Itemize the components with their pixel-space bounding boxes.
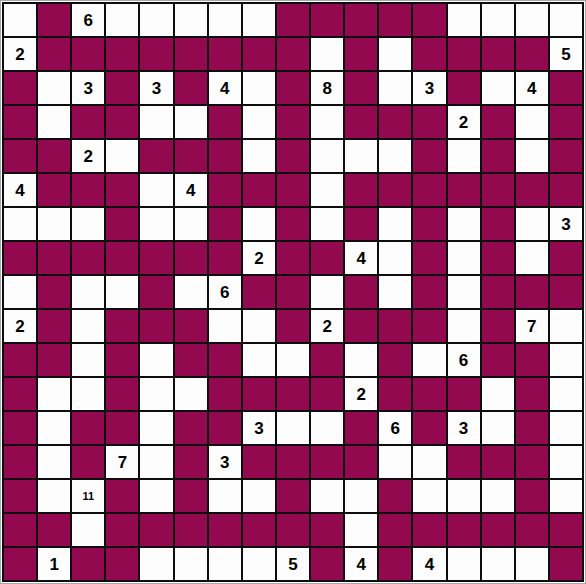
cell-r9-c5-wall[interactable] <box>140 276 172 308</box>
cell-r16-c16-wall[interactable] <box>516 514 548 546</box>
cell-r9-c16-wall[interactable] <box>516 276 548 308</box>
cell-r5-c15-wall[interactable] <box>482 140 514 172</box>
cell-r8-c12-empty[interactable] <box>379 242 411 274</box>
cell-r12-c13-wall[interactable] <box>413 378 445 410</box>
cell-r11-c2-wall[interactable] <box>38 344 70 376</box>
cell-r6-c2-wall[interactable] <box>38 174 70 206</box>
cell-r9-c7-clue-6[interactable]: 6 <box>209 276 241 308</box>
cell-r11-c16-wall[interactable] <box>516 344 548 376</box>
cell-r14-c5-empty[interactable] <box>140 446 172 478</box>
cell-r4-c7-wall[interactable] <box>209 106 241 138</box>
cell-r3-c16-clue-4[interactable]: 4 <box>516 72 548 104</box>
cell-r10-c8-empty[interactable] <box>243 310 275 342</box>
cell-r11-c5-empty[interactable] <box>140 344 172 376</box>
cell-r15-c2-empty[interactable] <box>38 480 70 512</box>
cell-r3-c4-wall[interactable] <box>106 72 138 104</box>
cell-r10-c4-wall[interactable] <box>106 310 138 342</box>
cell-r14-c2-empty[interactable] <box>38 446 70 478</box>
cell-r6-c13-wall[interactable] <box>413 174 445 206</box>
cell-r17-c2-clue-1[interactable]: 1 <box>38 548 70 580</box>
cell-r4-c3-wall[interactable] <box>72 106 104 138</box>
cell-r14-c12-empty[interactable] <box>379 446 411 478</box>
cell-r17-c4-wall[interactable] <box>106 548 138 580</box>
cell-r10-c14-empty[interactable] <box>448 310 480 342</box>
cell-r12-c10-wall[interactable] <box>311 378 343 410</box>
cell-r4-c12-wall[interactable] <box>379 106 411 138</box>
cell-r12-c1-wall[interactable] <box>4 378 36 410</box>
cell-r1-c3-clue-6[interactable]: 6 <box>72 4 104 36</box>
cell-r8-c11-clue-4[interactable]: 4 <box>345 242 377 274</box>
cell-r11-c9-empty[interactable] <box>277 344 309 376</box>
cell-r10-c13-wall[interactable] <box>413 310 445 342</box>
cell-r15-c9-wall[interactable] <box>277 480 309 512</box>
cell-r6-c6-clue-4[interactable]: 4 <box>175 174 207 206</box>
cell-r6-c3-wall[interactable] <box>72 174 104 206</box>
cell-r9-c14-empty[interactable] <box>448 276 480 308</box>
cell-r15-c5-empty[interactable] <box>140 480 172 512</box>
cell-r5-c17-wall[interactable] <box>550 140 582 172</box>
cell-r12-c17-empty[interactable] <box>550 378 582 410</box>
cell-r7-c3-empty[interactable] <box>72 208 104 240</box>
cell-r4-c17-wall[interactable] <box>550 106 582 138</box>
cell-r4-c14-clue-2[interactable]: 2 <box>448 106 480 138</box>
cell-r5-c5-wall[interactable] <box>140 140 172 172</box>
cell-r10-c12-wall[interactable] <box>379 310 411 342</box>
cell-r9-c6-empty[interactable] <box>175 276 207 308</box>
cell-r13-c8-clue-3[interactable]: 3 <box>243 412 275 444</box>
cell-r3-c6-wall[interactable] <box>175 72 207 104</box>
cell-r4-c16-empty[interactable] <box>516 106 548 138</box>
cell-r8-c7-wall[interactable] <box>209 242 241 274</box>
cell-r15-c10-empty[interactable] <box>311 480 343 512</box>
cell-r12-c4-wall[interactable] <box>106 378 138 410</box>
cell-r10-c7-empty[interactable] <box>209 310 241 342</box>
cell-r14-c9-wall[interactable] <box>277 446 309 478</box>
cell-r11-c6-wall[interactable] <box>175 344 207 376</box>
cell-r7-c2-empty[interactable] <box>38 208 70 240</box>
cell-r5-c4-empty[interactable] <box>106 140 138 172</box>
cell-r6-c15-wall[interactable] <box>482 174 514 206</box>
cell-r7-c14-empty[interactable] <box>448 208 480 240</box>
cell-r7-c16-empty[interactable] <box>516 208 548 240</box>
cell-r12-c2-empty[interactable] <box>38 378 70 410</box>
cell-r14-c14-wall[interactable] <box>448 446 480 478</box>
cell-r17-c10-wall[interactable] <box>311 548 343 580</box>
cell-r17-c12-wall[interactable] <box>379 548 411 580</box>
cell-r12-c6-empty[interactable] <box>175 378 207 410</box>
cell-r6-c8-wall[interactable] <box>243 174 275 206</box>
cell-r14-c13-empty[interactable] <box>413 446 445 478</box>
cell-r4-c5-empty[interactable] <box>140 106 172 138</box>
cell-r1-c1-empty[interactable] <box>4 4 36 36</box>
cell-r3-c2-empty[interactable] <box>38 72 70 104</box>
cell-r17-c9-clue-5[interactable]: 5 <box>277 548 309 580</box>
cell-r2-c4-wall[interactable] <box>106 38 138 70</box>
cell-r8-c6-wall[interactable] <box>175 242 207 274</box>
cell-r3-c3-clue-3[interactable]: 3 <box>72 72 104 104</box>
cell-r14-c17-empty[interactable] <box>550 446 582 478</box>
cell-r6-c4-wall[interactable] <box>106 174 138 206</box>
cell-r3-c11-wall[interactable] <box>345 72 377 104</box>
cell-r3-c14-wall[interactable] <box>448 72 480 104</box>
cell-r3-c5-clue-3[interactable]: 3 <box>140 72 172 104</box>
cell-r17-c6-empty[interactable] <box>175 548 207 580</box>
cell-r8-c1-wall[interactable] <box>4 242 36 274</box>
cell-r16-c7-wall[interactable] <box>209 514 241 546</box>
cell-r12-c5-empty[interactable] <box>140 378 172 410</box>
cell-r17-c1-wall[interactable] <box>4 548 36 580</box>
cell-r14-c1-wall[interactable] <box>4 446 36 478</box>
cell-r13-c12-clue-6[interactable]: 6 <box>379 412 411 444</box>
cell-r3-c1-wall[interactable] <box>4 72 36 104</box>
cell-r14-c10-wall[interactable] <box>311 446 343 478</box>
cell-r6-c5-empty[interactable] <box>140 174 172 206</box>
cell-r16-c3-empty[interactable] <box>72 514 104 546</box>
cell-r10-c1-clue-2[interactable]: 2 <box>4 310 36 342</box>
cell-r13-c4-wall[interactable] <box>106 412 138 444</box>
cell-r11-c8-empty[interactable] <box>243 344 275 376</box>
cell-r5-c16-empty[interactable] <box>516 140 548 172</box>
cell-r13-c15-empty[interactable] <box>482 412 514 444</box>
cell-r13-c13-wall[interactable] <box>413 412 445 444</box>
cell-r4-c15-wall[interactable] <box>482 106 514 138</box>
cell-r2-c8-wall[interactable] <box>243 38 275 70</box>
cell-r17-c15-empty[interactable] <box>482 548 514 580</box>
cell-r9-c1-empty[interactable] <box>4 276 36 308</box>
cell-r3-c12-empty[interactable] <box>379 72 411 104</box>
cell-r2-c9-wall[interactable] <box>277 38 309 70</box>
cell-r1-c17-empty[interactable] <box>550 4 582 36</box>
cell-r6-c17-wall[interactable] <box>550 174 582 206</box>
cell-r13-c11-wall[interactable] <box>345 412 377 444</box>
cell-r9-c11-wall[interactable] <box>345 276 377 308</box>
cell-r2-c16-wall[interactable] <box>516 38 548 70</box>
cell-r3-c13-clue-3[interactable]: 3 <box>413 72 445 104</box>
cell-r10-c16-clue-7[interactable]: 7 <box>516 310 548 342</box>
cell-r5-c7-wall[interactable] <box>209 140 241 172</box>
cell-r14-c4-clue-7[interactable]: 7 <box>106 446 138 478</box>
cell-r16-c13-wall[interactable] <box>413 514 445 546</box>
cell-r15-c7-empty[interactable] <box>209 480 241 512</box>
cell-r12-c12-wall[interactable] <box>379 378 411 410</box>
cell-r14-c6-wall[interactable] <box>175 446 207 478</box>
cell-r13-c5-empty[interactable] <box>140 412 172 444</box>
cell-r10-c6-wall[interactable] <box>175 310 207 342</box>
cell-r8-c2-wall[interactable] <box>38 242 70 274</box>
cell-r2-c13-wall[interactable] <box>413 38 445 70</box>
cell-r2-c3-wall[interactable] <box>72 38 104 70</box>
cell-r9-c10-empty[interactable] <box>311 276 343 308</box>
cell-r16-c14-wall[interactable] <box>448 514 480 546</box>
cell-r2-c11-wall[interactable] <box>345 38 377 70</box>
cell-r15-c15-empty[interactable] <box>482 480 514 512</box>
cell-r3-c8-empty[interactable] <box>243 72 275 104</box>
cell-r7-c11-wall[interactable] <box>345 208 377 240</box>
cell-r10-c9-wall[interactable] <box>277 310 309 342</box>
cell-r12-c11-clue-2[interactable]: 2 <box>345 378 377 410</box>
cell-r10-c11-wall[interactable] <box>345 310 377 342</box>
cell-r1-c12-wall[interactable] <box>379 4 411 36</box>
cell-r1-c13-wall[interactable] <box>413 4 445 36</box>
cell-r11-c4-wall[interactable] <box>106 344 138 376</box>
cell-r5-c1-wall[interactable] <box>4 140 36 172</box>
cell-r16-c2-wall[interactable] <box>38 514 70 546</box>
cell-r16-c5-wall[interactable] <box>140 514 172 546</box>
cell-r8-c9-wall[interactable] <box>277 242 309 274</box>
cell-r4-c9-wall[interactable] <box>277 106 309 138</box>
cell-r8-c10-wall[interactable] <box>311 242 343 274</box>
cell-r12-c7-wall[interactable] <box>209 378 241 410</box>
cell-r2-c17-clue-5[interactable]: 5 <box>550 38 582 70</box>
cell-r10-c5-wall[interactable] <box>140 310 172 342</box>
cell-r6-c16-wall[interactable] <box>516 174 548 206</box>
cell-r1-c10-wall[interactable] <box>311 4 343 36</box>
cell-r11-c10-wall[interactable] <box>311 344 343 376</box>
cell-r8-c16-empty[interactable] <box>516 242 548 274</box>
cell-r11-c13-empty[interactable] <box>413 344 445 376</box>
cell-r9-c15-wall[interactable] <box>482 276 514 308</box>
cell-r4-c1-wall[interactable] <box>4 106 36 138</box>
cell-r17-c13-clue-4[interactable]: 4 <box>413 548 445 580</box>
cell-r4-c2-empty[interactable] <box>38 106 70 138</box>
cell-r7-c15-wall[interactable] <box>482 208 514 240</box>
cell-r1-c9-wall[interactable] <box>277 4 309 36</box>
cell-r6-c11-wall[interactable] <box>345 174 377 206</box>
cell-r8-c17-wall[interactable] <box>550 242 582 274</box>
cell-r7-c7-wall[interactable] <box>209 208 241 240</box>
cell-r3-c17-wall[interactable] <box>550 72 582 104</box>
cell-r12-c9-wall[interactable] <box>277 378 309 410</box>
cell-r17-c3-wall[interactable] <box>72 548 104 580</box>
cell-r4-c6-empty[interactable] <box>175 106 207 138</box>
cell-r13-c7-wall[interactable] <box>209 412 241 444</box>
cell-r14-c7-clue-3[interactable]: 3 <box>209 446 241 478</box>
cell-r8-c4-wall[interactable] <box>106 242 138 274</box>
cell-r9-c17-wall[interactable] <box>550 276 582 308</box>
nurikabe-board: 625334834224432462276236373111544 <box>2 2 584 582</box>
cell-r15-c17-empty[interactable] <box>550 480 582 512</box>
cell-r11-c1-wall[interactable] <box>4 344 36 376</box>
cell-r15-c12-wall[interactable] <box>379 480 411 512</box>
cell-r16-c9-wall[interactable] <box>277 514 309 546</box>
cell-r2-c12-empty[interactable] <box>379 38 411 70</box>
cell-r17-c11-clue-4[interactable]: 4 <box>345 548 377 580</box>
cell-r10-c3-empty[interactable] <box>72 310 104 342</box>
cell-r10-c2-wall[interactable] <box>38 310 70 342</box>
cell-r5-c10-empty[interactable] <box>311 140 343 172</box>
cell-r13-c2-empty[interactable] <box>38 412 70 444</box>
cell-r6-c7-wall[interactable] <box>209 174 241 206</box>
cell-r15-c1-wall[interactable] <box>4 480 36 512</box>
cell-r1-c7-empty[interactable] <box>209 4 241 36</box>
cell-r5-c12-empty[interactable] <box>379 140 411 172</box>
cell-r16-c11-empty[interactable] <box>345 514 377 546</box>
cell-r10-c17-empty[interactable] <box>550 310 582 342</box>
cell-r11-c14-clue-6[interactable]: 6 <box>448 344 480 376</box>
cell-r6-c9-wall[interactable] <box>277 174 309 206</box>
cell-r7-c13-wall[interactable] <box>413 208 445 240</box>
cell-r6-c1-clue-4[interactable]: 4 <box>4 174 36 206</box>
cell-r17-c8-empty[interactable] <box>243 548 275 580</box>
cell-r5-c3-clue-2[interactable]: 2 <box>72 140 104 172</box>
cell-r4-c4-wall[interactable] <box>106 106 138 138</box>
cell-r1-c8-empty[interactable] <box>243 4 275 36</box>
cell-r7-c17-clue-3[interactable]: 3 <box>550 208 582 240</box>
puzzle-frame: 625334834224432462276236373111544 <box>0 0 586 584</box>
cell-r13-c10-empty[interactable] <box>311 412 343 444</box>
cell-r15-c16-wall[interactable] <box>516 480 548 512</box>
cell-r15-c4-wall[interactable] <box>106 480 138 512</box>
cell-r2-c2-wall[interactable] <box>38 38 70 70</box>
cell-r14-c3-wall[interactable] <box>72 446 104 478</box>
cell-r2-c15-wall[interactable] <box>482 38 514 70</box>
cell-r1-c16-empty[interactable] <box>516 4 548 36</box>
cell-r11-c17-empty[interactable] <box>550 344 582 376</box>
cell-r14-c11-wall[interactable] <box>345 446 377 478</box>
cell-r11-c12-wall[interactable] <box>379 344 411 376</box>
cell-r13-c14-clue-3[interactable]: 3 <box>448 412 480 444</box>
cell-r15-c14-empty[interactable] <box>448 480 480 512</box>
cell-r16-c6-wall[interactable] <box>175 514 207 546</box>
cell-r5-c13-wall[interactable] <box>413 140 445 172</box>
cell-r12-c14-wall[interactable] <box>448 378 480 410</box>
cell-r9-c3-empty[interactable] <box>72 276 104 308</box>
cell-r1-c4-empty[interactable] <box>106 4 138 36</box>
cell-r16-c10-wall[interactable] <box>311 514 343 546</box>
cell-r1-c14-empty[interactable] <box>448 4 480 36</box>
cell-r16-c15-wall[interactable] <box>482 514 514 546</box>
cell-r5-c11-empty[interactable] <box>345 140 377 172</box>
cell-r15-c13-empty[interactable] <box>413 480 445 512</box>
cell-r12-c16-wall[interactable] <box>516 378 548 410</box>
cell-r1-c5-empty[interactable] <box>140 4 172 36</box>
cell-r10-c10-clue-2[interactable]: 2 <box>311 310 343 342</box>
cell-r15-c11-empty[interactable] <box>345 480 377 512</box>
cell-r16-c8-wall[interactable] <box>243 514 275 546</box>
cell-r5-c8-empty[interactable] <box>243 140 275 172</box>
cell-r16-c4-wall[interactable] <box>106 514 138 546</box>
cell-r3-c7-clue-4[interactable]: 4 <box>209 72 241 104</box>
cell-r12-c3-empty[interactable] <box>72 378 104 410</box>
cell-r9-c8-wall[interactable] <box>243 276 275 308</box>
cell-r2-c7-wall[interactable] <box>209 38 241 70</box>
cell-r1-c15-empty[interactable] <box>482 4 514 36</box>
cell-r5-c14-empty[interactable] <box>448 140 480 172</box>
cell-r1-c11-wall[interactable] <box>345 4 377 36</box>
cell-r7-c5-empty[interactable] <box>140 208 172 240</box>
cell-r14-c16-wall[interactable] <box>516 446 548 478</box>
cell-r15-c8-empty[interactable] <box>243 480 275 512</box>
cell-r4-c10-empty[interactable] <box>311 106 343 138</box>
cell-r2-c5-wall[interactable] <box>140 38 172 70</box>
cell-r2-c6-wall[interactable] <box>175 38 207 70</box>
cell-r7-c6-empty[interactable] <box>175 208 207 240</box>
cell-r1-c6-empty[interactable] <box>175 4 207 36</box>
cell-r17-c14-empty[interactable] <box>448 548 480 580</box>
cell-r13-c1-wall[interactable] <box>4 412 36 444</box>
cell-r5-c2-wall[interactable] <box>38 140 70 172</box>
cell-r8-c14-empty[interactable] <box>448 242 480 274</box>
cell-r7-c10-empty[interactable] <box>311 208 343 240</box>
cell-r7-c8-empty[interactable] <box>243 208 275 240</box>
cell-r13-c9-empty[interactable] <box>277 412 309 444</box>
cell-r8-c3-wall[interactable] <box>72 242 104 274</box>
cell-r15-c3-clue-11[interactable]: 11 <box>72 480 104 512</box>
cell-r6-c12-wall[interactable] <box>379 174 411 206</box>
cell-r8-c5-wall[interactable] <box>140 242 172 274</box>
cell-r5-c6-wall[interactable] <box>175 140 207 172</box>
cell-r9-c4-empty[interactable] <box>106 276 138 308</box>
cell-r1-c2-wall[interactable] <box>38 4 70 36</box>
cell-r8-c8-clue-2[interactable]: 2 <box>243 242 275 274</box>
cell-r2-c14-wall[interactable] <box>448 38 480 70</box>
cell-r3-c9-wall[interactable] <box>277 72 309 104</box>
cell-r11-c7-wall[interactable] <box>209 344 241 376</box>
cell-r13-c17-empty[interactable] <box>550 412 582 444</box>
cell-r4-c8-empty[interactable] <box>243 106 275 138</box>
cell-r7-c12-empty[interactable] <box>379 208 411 240</box>
cell-r6-c14-wall[interactable] <box>448 174 480 206</box>
cell-r17-c7-empty[interactable] <box>209 548 241 580</box>
cell-r14-c15-wall[interactable] <box>482 446 514 478</box>
cell-r8-c13-wall[interactable] <box>413 242 445 274</box>
cell-r8-c15-wall[interactable] <box>482 242 514 274</box>
cell-r10-c15-wall[interactable] <box>482 310 514 342</box>
cell-r14-c8-wall[interactable] <box>243 446 275 478</box>
cell-r6-c10-empty[interactable] <box>311 174 343 206</box>
cell-r13-c16-wall[interactable] <box>516 412 548 444</box>
cell-r2-c10-empty[interactable] <box>311 38 343 70</box>
cell-r9-c13-wall[interactable] <box>413 276 445 308</box>
cell-r11-c15-wall[interactable] <box>482 344 514 376</box>
cell-r7-c9-wall[interactable] <box>277 208 309 240</box>
cell-r4-c11-wall[interactable] <box>345 106 377 138</box>
cell-r12-c15-empty[interactable] <box>482 378 514 410</box>
cell-r7-c4-wall[interactable] <box>106 208 138 240</box>
cell-r9-c2-wall[interactable] <box>38 276 70 308</box>
cell-r12-c8-wall[interactable] <box>243 378 275 410</box>
cell-r16-c12-wall[interactable] <box>379 514 411 546</box>
cell-r17-c17-wall[interactable] <box>550 548 582 580</box>
cell-r7-c1-empty[interactable] <box>4 208 36 240</box>
cell-r16-c1-wall[interactable] <box>4 514 36 546</box>
cell-r11-c3-empty[interactable] <box>72 344 104 376</box>
cell-r13-c6-wall[interactable] <box>175 412 207 444</box>
cell-r13-c3-wall[interactable] <box>72 412 104 444</box>
cell-r9-c9-wall[interactable] <box>277 276 309 308</box>
cell-r5-c9-wall[interactable] <box>277 140 309 172</box>
cell-r17-c5-empty[interactable] <box>140 548 172 580</box>
cell-r9-c12-empty[interactable] <box>379 276 411 308</box>
cell-r16-c17-wall[interactable] <box>550 514 582 546</box>
cell-r11-c11-empty[interactable] <box>345 344 377 376</box>
cell-r3-c15-empty[interactable] <box>482 72 514 104</box>
cell-r2-c1-clue-2[interactable]: 2 <box>4 38 36 70</box>
cell-r15-c6-wall[interactable] <box>175 480 207 512</box>
cell-r3-c10-clue-8[interactable]: 8 <box>311 72 343 104</box>
cell-r4-c13-wall[interactable] <box>413 106 445 138</box>
cell-r17-c16-empty[interactable] <box>516 548 548 580</box>
